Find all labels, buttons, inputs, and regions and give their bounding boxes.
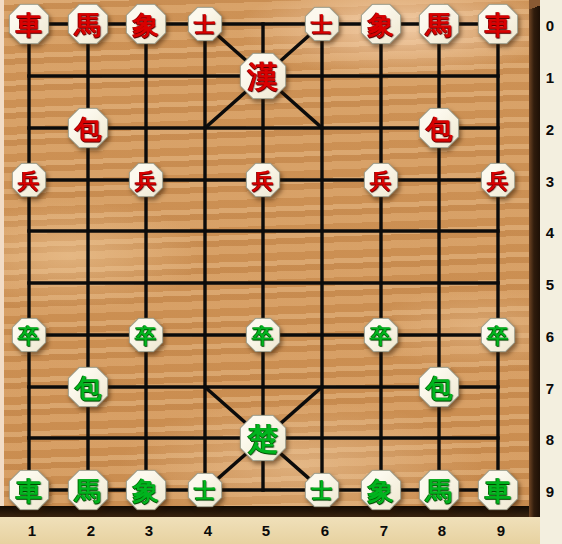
piece-glyph: 卒 bbox=[371, 325, 392, 346]
piece-face: 包 bbox=[420, 368, 459, 407]
piece-glyph: 車 bbox=[16, 477, 42, 503]
rank-label: 3 bbox=[546, 173, 554, 190]
board-left-edge bbox=[0, 0, 4, 506]
piece-glyph: 象 bbox=[133, 11, 159, 37]
piece-face: 卒 bbox=[247, 319, 280, 352]
piece-face: 馬 bbox=[420, 471, 459, 510]
piece-cho-soldier[interactable]: 卒 bbox=[481, 318, 516, 353]
piece-face: 兵 bbox=[247, 164, 280, 197]
piece-face: 車 bbox=[10, 5, 49, 44]
file-label: 7 bbox=[380, 522, 388, 539]
piece-face: 士 bbox=[306, 8, 339, 41]
piece-cho-guard[interactable]: 士 bbox=[305, 473, 340, 508]
piece-face: 兵 bbox=[13, 164, 46, 197]
piece-glyph: 士 bbox=[195, 480, 216, 501]
piece-cho-elephant[interactable]: 象 bbox=[126, 470, 167, 511]
piece-face: 馬 bbox=[69, 471, 108, 510]
piece-face: 車 bbox=[10, 471, 49, 510]
piece-glyph: 漢 bbox=[248, 61, 278, 91]
piece-han-soldier[interactable]: 兵 bbox=[12, 163, 47, 198]
piece-face: 士 bbox=[189, 8, 222, 41]
piece-cho-chariot[interactable]: 車 bbox=[9, 470, 50, 511]
piece-han-chariot[interactable]: 車 bbox=[478, 4, 519, 45]
piece-face: 包 bbox=[420, 109, 459, 148]
rank-label: 0 bbox=[546, 17, 554, 34]
rank-label: 5 bbox=[546, 276, 554, 293]
rank-label: 6 bbox=[546, 328, 554, 345]
file-label: 6 bbox=[321, 522, 329, 539]
piece-glyph: 馬 bbox=[426, 11, 452, 37]
file-label: 5 bbox=[262, 522, 270, 539]
piece-glyph: 士 bbox=[312, 14, 333, 35]
piece-cho-elephant[interactable]: 象 bbox=[361, 470, 402, 511]
piece-face: 兵 bbox=[365, 164, 398, 197]
rank-label: 9 bbox=[546, 483, 554, 500]
piece-glyph: 兵 bbox=[253, 170, 274, 191]
piece-han-elephant[interactable]: 象 bbox=[361, 4, 402, 45]
piece-face: 車 bbox=[479, 471, 518, 510]
piece-glyph: 馬 bbox=[426, 477, 452, 503]
piece-face: 兵 bbox=[130, 164, 163, 197]
piece-face: 士 bbox=[189, 474, 222, 507]
file-label: 9 bbox=[497, 522, 505, 539]
piece-glyph: 兵 bbox=[488, 170, 509, 191]
piece-glyph: 車 bbox=[485, 11, 511, 37]
piece-face: 車 bbox=[479, 5, 518, 44]
piece-cho-soldier[interactable]: 卒 bbox=[12, 318, 47, 353]
piece-face: 卒 bbox=[365, 319, 398, 352]
piece-glyph: 包 bbox=[426, 115, 452, 141]
piece-glyph: 卒 bbox=[488, 325, 509, 346]
piece-glyph: 兵 bbox=[371, 170, 392, 191]
janggi-app: 車馬象士士象馬車漢包包兵兵兵兵兵卒卒卒卒卒包包楚車馬象士士象馬車12345678… bbox=[0, 0, 562, 544]
piece-face: 卒 bbox=[482, 319, 515, 352]
piece-face: 象 bbox=[127, 5, 166, 44]
piece-face: 卒 bbox=[13, 319, 46, 352]
piece-face: 士 bbox=[306, 474, 339, 507]
piece-glyph: 包 bbox=[75, 374, 101, 400]
piece-glyph: 象 bbox=[368, 477, 394, 503]
piece-face: 包 bbox=[69, 109, 108, 148]
piece-cho-chariot[interactable]: 車 bbox=[478, 470, 519, 511]
file-label: 4 bbox=[204, 522, 212, 539]
piece-han-guard[interactable]: 士 bbox=[188, 7, 223, 42]
board-right-bevel bbox=[529, 0, 540, 517]
piece-face: 馬 bbox=[420, 5, 459, 44]
piece-glyph: 馬 bbox=[75, 477, 101, 503]
piece-face: 象 bbox=[362, 471, 401, 510]
piece-han-soldier[interactable]: 兵 bbox=[246, 163, 281, 198]
piece-han-horse[interactable]: 馬 bbox=[419, 4, 460, 45]
piece-face: 象 bbox=[127, 471, 166, 510]
piece-glyph: 象 bbox=[368, 11, 394, 37]
file-label: 2 bbox=[87, 522, 95, 539]
piece-han-general[interactable]: 漢 bbox=[240, 53, 287, 100]
piece-cho-soldier[interactable]: 卒 bbox=[364, 318, 399, 353]
piece-glyph: 馬 bbox=[75, 11, 101, 37]
piece-face: 包 bbox=[69, 368, 108, 407]
piece-face: 卒 bbox=[130, 319, 163, 352]
rank-label: 7 bbox=[546, 380, 554, 397]
piece-han-cannon[interactable]: 包 bbox=[419, 108, 460, 149]
rank-label: 1 bbox=[546, 69, 554, 86]
piece-glyph: 士 bbox=[312, 480, 333, 501]
piece-glyph: 包 bbox=[75, 115, 101, 141]
piece-glyph: 象 bbox=[133, 477, 159, 503]
piece-han-soldier[interactable]: 兵 bbox=[129, 163, 164, 198]
file-label: 1 bbox=[28, 522, 36, 539]
piece-glyph: 卒 bbox=[136, 325, 157, 346]
file-label: 3 bbox=[145, 522, 153, 539]
piece-han-chariot[interactable]: 車 bbox=[9, 4, 50, 45]
piece-glyph: 楚 bbox=[248, 423, 278, 453]
piece-face: 兵 bbox=[482, 164, 515, 197]
piece-face: 漢 bbox=[241, 54, 286, 99]
piece-glyph: 包 bbox=[426, 374, 452, 400]
rank-label: 2 bbox=[546, 121, 554, 138]
piece-han-soldier[interactable]: 兵 bbox=[364, 163, 399, 198]
piece-glyph: 兵 bbox=[19, 170, 40, 191]
piece-face: 楚 bbox=[241, 416, 286, 461]
piece-glyph: 士 bbox=[195, 14, 216, 35]
piece-face: 馬 bbox=[69, 5, 108, 44]
piece-cho-horse[interactable]: 馬 bbox=[68, 470, 109, 511]
piece-glyph: 卒 bbox=[19, 325, 40, 346]
piece-han-soldier[interactable]: 兵 bbox=[481, 163, 516, 198]
piece-cho-cannon[interactable]: 包 bbox=[68, 367, 109, 408]
rank-label: 8 bbox=[546, 431, 554, 448]
piece-cho-guard[interactable]: 士 bbox=[188, 473, 223, 508]
piece-glyph: 兵 bbox=[136, 170, 157, 191]
piece-glyph: 卒 bbox=[253, 325, 274, 346]
piece-cho-cannon[interactable]: 包 bbox=[419, 367, 460, 408]
piece-han-guard[interactable]: 士 bbox=[305, 7, 340, 42]
piece-cho-soldier[interactable]: 卒 bbox=[246, 318, 281, 353]
piece-cho-soldier[interactable]: 卒 bbox=[129, 318, 164, 353]
rank-label: 4 bbox=[546, 224, 554, 241]
piece-cho-general[interactable]: 楚 bbox=[240, 415, 287, 462]
piece-cho-horse[interactable]: 馬 bbox=[419, 470, 460, 511]
file-label: 8 bbox=[438, 522, 446, 539]
piece-face: 象 bbox=[362, 5, 401, 44]
piece-han-horse[interactable]: 馬 bbox=[68, 4, 109, 45]
piece-han-cannon[interactable]: 包 bbox=[68, 108, 109, 149]
piece-glyph: 車 bbox=[16, 11, 42, 37]
piece-han-elephant[interactable]: 象 bbox=[126, 4, 167, 45]
piece-glyph: 車 bbox=[485, 477, 511, 503]
